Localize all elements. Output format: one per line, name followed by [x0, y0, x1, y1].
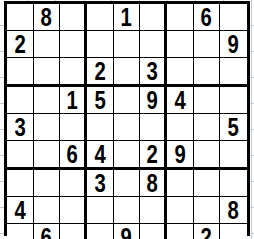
cell-r8c8[interactable] — [194, 197, 221, 224]
cell-r9c5[interactable]: 9 — [114, 224, 141, 239]
cell-r6c2[interactable] — [34, 141, 61, 170]
given-digit: 2 — [14, 31, 25, 57]
cell-r2c1[interactable]: 2 — [7, 31, 34, 58]
given-digit: 3 — [147, 58, 158, 84]
given-digit: 5 — [228, 114, 239, 140]
given-digit: 2 — [147, 141, 158, 167]
cell-r2c3[interactable] — [60, 31, 87, 58]
given-digit: 2 — [94, 58, 105, 84]
cell-r2c9[interactable]: 9 — [220, 31, 247, 58]
cell-r2c5[interactable] — [114, 31, 141, 58]
given-digit: 6 — [67, 141, 78, 167]
cell-r5c1[interactable]: 3 — [7, 114, 34, 141]
given-digit: 6 — [41, 224, 52, 239]
given-digit: 3 — [94, 170, 105, 196]
cell-r7c3[interactable] — [60, 170, 87, 197]
cell-r3c5[interactable] — [114, 58, 141, 87]
given-digit: 8 — [147, 170, 158, 196]
cell-r7c9[interactable] — [220, 170, 247, 197]
cell-r5c6[interactable] — [140, 114, 167, 141]
given-digit: 9 — [174, 141, 185, 167]
cell-r3c9[interactable] — [220, 58, 247, 87]
cell-r3c4[interactable]: 2 — [87, 58, 114, 87]
given-digit: 4 — [94, 141, 105, 167]
cell-r8c7[interactable] — [167, 197, 194, 224]
cell-r9c9[interactable] — [220, 224, 247, 239]
cell-r1c8[interactable]: 6 — [194, 4, 221, 31]
cell-r9c1[interactable] — [7, 224, 34, 239]
cell-r6c8[interactable] — [194, 141, 221, 170]
spreadsheet-background: { "game": "sudoku", "position": ".8..1..… — [0, 0, 254, 239]
cell-r5c7[interactable] — [167, 114, 194, 141]
cell-r7c8[interactable] — [194, 170, 221, 197]
cell-r6c3[interactable]: 6 — [60, 141, 87, 170]
cell-r9c4[interactable] — [87, 224, 114, 239]
cell-r8c2[interactable] — [34, 197, 61, 224]
cell-r5c4[interactable] — [87, 114, 114, 141]
cell-r4c6[interactable]: 9 — [140, 87, 167, 114]
cell-r8c9[interactable]: 8 — [220, 197, 247, 224]
cell-r5c2[interactable] — [34, 114, 61, 141]
given-digit: 5 — [94, 87, 105, 113]
cell-r5c8[interactable] — [194, 114, 221, 141]
cell-r4c2[interactable] — [34, 87, 61, 114]
cell-r5c5[interactable] — [114, 114, 141, 141]
cell-r1c7[interactable] — [167, 4, 194, 31]
cell-r3c1[interactable] — [7, 58, 34, 87]
cell-r4c8[interactable] — [194, 87, 221, 114]
cell-r7c5[interactable] — [114, 170, 141, 197]
cell-r7c1[interactable] — [7, 170, 34, 197]
given-digit: 9 — [228, 31, 239, 57]
cell-r2c8[interactable] — [194, 31, 221, 58]
cell-r2c4[interactable] — [87, 31, 114, 58]
cell-r1c6[interactable] — [140, 4, 167, 31]
cell-r1c9[interactable] — [220, 4, 247, 31]
cell-r6c7[interactable]: 9 — [167, 141, 194, 170]
cell-r5c9[interactable]: 5 — [220, 114, 247, 141]
cell-r6c9[interactable] — [220, 141, 247, 170]
cell-r4c3[interactable]: 1 — [60, 87, 87, 114]
cell-r3c3[interactable] — [60, 58, 87, 87]
cell-r2c2[interactable] — [34, 31, 61, 58]
cell-r4c9[interactable] — [220, 87, 247, 114]
cell-r2c7[interactable] — [167, 31, 194, 58]
given-digit: 4 — [14, 197, 25, 223]
cell-r4c5[interactable] — [114, 87, 141, 114]
cell-r9c2[interactable]: 6 — [34, 224, 61, 239]
cell-r3c7[interactable] — [167, 58, 194, 87]
given-digit: 2 — [201, 224, 212, 239]
cell-r6c5[interactable] — [114, 141, 141, 170]
cell-r3c6[interactable]: 3 — [140, 58, 167, 87]
cell-r1c5[interactable]: 1 — [114, 4, 141, 31]
given-digit: 9 — [147, 87, 158, 113]
cell-r6c4[interactable]: 4 — [87, 141, 114, 170]
cell-r7c7[interactable] — [167, 170, 194, 197]
cell-r1c2[interactable]: 8 — [34, 4, 61, 31]
cell-r6c1[interactable] — [7, 141, 34, 170]
cell-r2c6[interactable] — [140, 31, 167, 58]
cell-r9c6[interactable] — [140, 224, 167, 239]
cell-r8c3[interactable] — [60, 197, 87, 224]
cell-r3c2[interactable] — [34, 58, 61, 87]
cell-r1c1[interactable] — [7, 4, 34, 31]
cell-r8c1[interactable]: 4 — [7, 197, 34, 224]
given-digit: 8 — [41, 4, 52, 30]
cell-r1c3[interactable] — [60, 4, 87, 31]
cell-r9c7[interactable] — [167, 224, 194, 239]
given-digit: 4 — [174, 87, 185, 113]
given-digit: 3 — [14, 114, 25, 140]
cell-r7c4[interactable]: 3 — [87, 170, 114, 197]
cell-r5c3[interactable] — [60, 114, 87, 141]
cell-r4c1[interactable] — [7, 87, 34, 114]
cell-r8c5[interactable] — [114, 197, 141, 224]
given-digit: 1 — [121, 4, 132, 30]
cell-r4c4[interactable]: 5 — [87, 87, 114, 114]
cell-r6c6[interactable]: 2 — [140, 141, 167, 170]
cell-r3c8[interactable] — [194, 58, 221, 87]
cell-r9c8[interactable]: 2 — [194, 224, 221, 239]
given-digit: 9 — [121, 224, 132, 239]
cell-r8c6[interactable] — [140, 197, 167, 224]
given-digit: 8 — [228, 197, 239, 223]
cell-r4c7[interactable]: 4 — [167, 87, 194, 114]
given-digit: 6 — [201, 4, 212, 30]
given-digit: 1 — [67, 87, 78, 113]
cell-r1c4[interactable] — [87, 4, 114, 31]
sudoku-board: 816292315943564293848692 — [4, 1, 250, 236]
cell-r7c6[interactable]: 8 — [140, 170, 167, 197]
cell-r8c4[interactable] — [87, 197, 114, 224]
cell-r9c3[interactable] — [60, 224, 87, 239]
cell-r7c2[interactable] — [34, 170, 61, 197]
